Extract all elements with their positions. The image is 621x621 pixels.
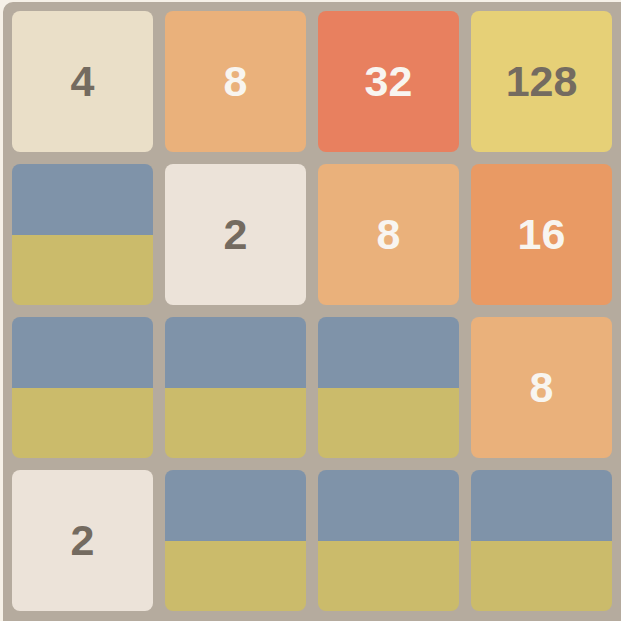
cell-r3c1 bbox=[165, 470, 306, 611]
cell-r2c2 bbox=[318, 317, 459, 458]
cell-r1c2: 8 bbox=[318, 164, 459, 305]
empty-cell-bottom-half bbox=[318, 541, 459, 612]
empty-cell-bottom-half bbox=[165, 541, 306, 612]
empty-cell-bottom-half bbox=[165, 388, 306, 459]
tile-value: 8 bbox=[530, 366, 554, 409]
tile-value: 8 bbox=[377, 213, 401, 256]
tile-value: 32 bbox=[365, 60, 413, 103]
tile-value: 2 bbox=[71, 519, 95, 562]
cell-r0c1: 8 bbox=[165, 11, 306, 152]
cell-r1c3: 16 bbox=[471, 164, 612, 305]
empty-cell-top-half bbox=[165, 317, 306, 388]
cell-r2c0 bbox=[12, 317, 153, 458]
empty-cell-bottom-half bbox=[12, 388, 153, 459]
tile-value: 16 bbox=[518, 213, 566, 256]
tile-value: 2 bbox=[224, 213, 248, 256]
empty-cell-top-half bbox=[165, 470, 306, 541]
cell-r2c3: 8 bbox=[471, 317, 612, 458]
tile-value: 8 bbox=[224, 60, 248, 103]
cell-r0c2: 32 bbox=[318, 11, 459, 152]
cell-r0c3: 128 bbox=[471, 11, 612, 152]
empty-cell-top-half bbox=[471, 470, 612, 541]
cell-r3c2 bbox=[318, 470, 459, 611]
cell-r0c0: 4 bbox=[12, 11, 153, 152]
empty-cell-top-half bbox=[318, 470, 459, 541]
game-board-2048[interactable]: 4 8 32 128 2 8 16 8 2 bbox=[3, 2, 621, 621]
empty-cell-bottom-half bbox=[318, 388, 459, 459]
empty-cell-top-half bbox=[318, 317, 459, 388]
cell-r3c0: 2 bbox=[12, 470, 153, 611]
empty-cell-bottom-half bbox=[471, 541, 612, 612]
empty-cell-top-half bbox=[12, 317, 153, 388]
tile-value: 128 bbox=[506, 60, 578, 103]
cell-r1c0 bbox=[12, 164, 153, 305]
tile-value: 4 bbox=[71, 60, 95, 103]
empty-cell-bottom-half bbox=[12, 235, 153, 306]
empty-cell-top-half bbox=[12, 164, 153, 235]
cell-r2c1 bbox=[165, 317, 306, 458]
cell-r1c1: 2 bbox=[165, 164, 306, 305]
cell-r3c3 bbox=[471, 470, 612, 611]
page-background: 4 8 32 128 2 8 16 8 2 bbox=[0, 0, 621, 621]
